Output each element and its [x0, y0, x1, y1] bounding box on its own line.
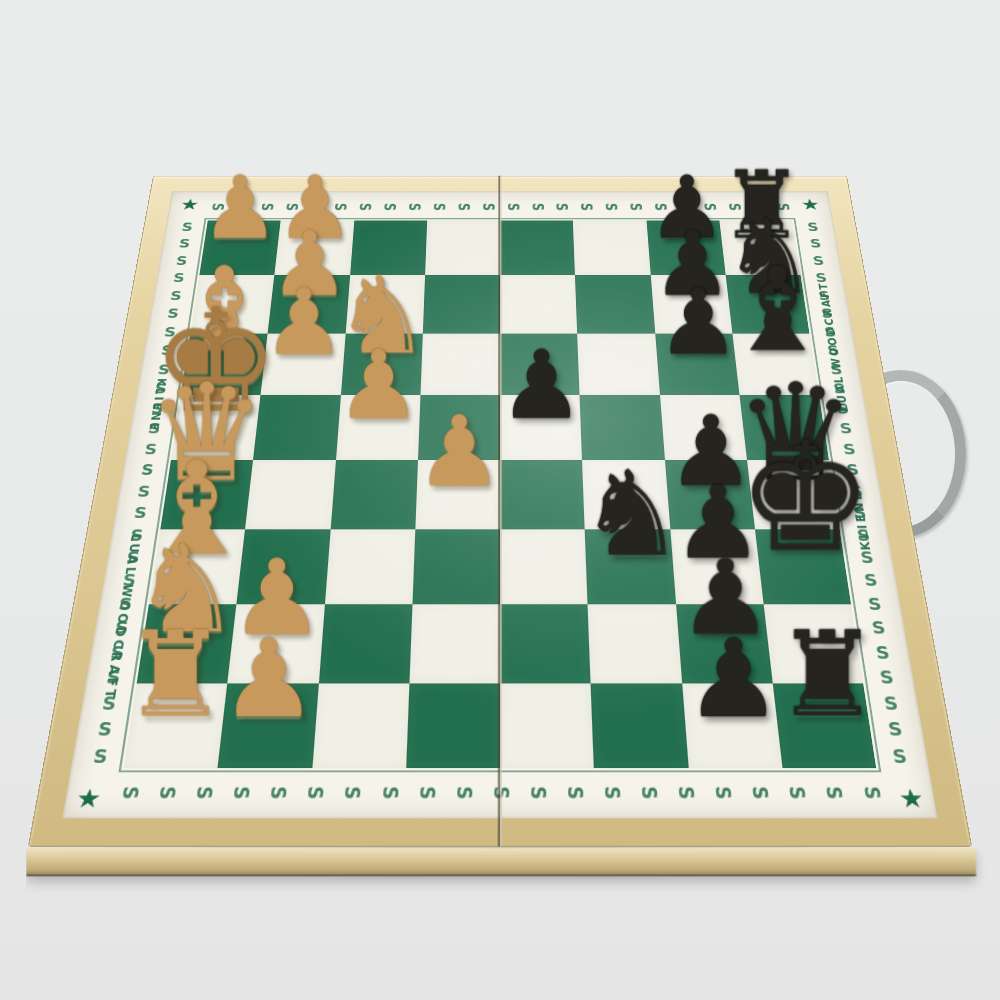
piece-white-pawn-r5c4[interactable]: ♟	[415, 402, 503, 500]
piece-black-bishop-r3c8[interactable]: ♝	[725, 252, 830, 369]
frame-front-face	[26, 848, 976, 876]
board-scene: SSSSSSSSSSSSSSSSSSSSSSSS SSSSSSSSSSSSSSS…	[100, 60, 900, 860]
piece-white-pawn-r1c1[interactable]: ♟	[201, 165, 279, 252]
piece-black-pawn-r4c5[interactable]: ♟	[499, 338, 584, 433]
piece-white-pawn-r4c3[interactable]: ♟	[336, 338, 421, 433]
hinge-seam	[498, 176, 503, 847]
piece-white-rook-r8c1[interactable]: ♜	[123, 616, 228, 733]
chess-board: SSSSSSSSSSSSSSSSSSSSSSSS SSSSSSSSSSSSSSS…	[28, 176, 972, 847]
piece-black-pawn-r8c7[interactable]: ♟	[685, 625, 782, 733]
corner-star-icon: ★	[179, 197, 200, 212]
piece-black-knight-r6c6[interactable]: ♞	[578, 455, 684, 573]
piece-white-pawn-r8c2[interactable]: ♟	[220, 625, 317, 733]
piece-black-rook-r8c8[interactable]: ♜	[774, 616, 879, 733]
photo-background: SSSSSSSSSSSSSSSSSSSSSSSS SSSSSSSSSSSSSSS…	[0, 0, 1000, 1000]
